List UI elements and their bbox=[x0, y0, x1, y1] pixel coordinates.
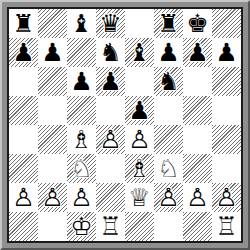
square-b3[interactable] bbox=[38, 154, 67, 183]
square-b2[interactable]: ♟♙ bbox=[38, 183, 67, 212]
square-g7[interactable]: ♟ bbox=[183, 38, 212, 67]
square-d2[interactable] bbox=[96, 183, 125, 212]
square-b4[interactable] bbox=[38, 125, 67, 154]
white-knight[interactable]: ♞♘ bbox=[67, 154, 96, 183]
black-bishop[interactable]: ♝ bbox=[125, 38, 154, 67]
square-g8[interactable]: ♚ bbox=[183, 9, 212, 38]
black-knight[interactable]: ♞ bbox=[96, 38, 125, 67]
white-pawn[interactable]: ♟♙ bbox=[154, 183, 183, 212]
white-pawn[interactable]: ♟♙ bbox=[9, 183, 38, 212]
square-a8[interactable]: ♜ bbox=[9, 9, 38, 38]
square-d4[interactable]: ♟♙ bbox=[96, 125, 125, 154]
square-f7[interactable]: ♟ bbox=[154, 38, 183, 67]
white-knight[interactable]: ♞♘ bbox=[154, 154, 183, 183]
square-c3[interactable]: ♞♘ bbox=[67, 154, 96, 183]
white-pawn-outline: ♙ bbox=[67, 183, 96, 212]
square-g1[interactable] bbox=[183, 212, 212, 241]
square-h1[interactable]: ♜♖ bbox=[212, 212, 241, 241]
white-rook-outline: ♖ bbox=[212, 212, 241, 241]
black-pawn[interactable]: ♟ bbox=[9, 38, 38, 67]
white-bishop[interactable]: ♝♗ bbox=[67, 125, 96, 154]
black-pawn-glyph: ♟ bbox=[183, 38, 212, 67]
square-f4[interactable] bbox=[154, 125, 183, 154]
black-pawn-glyph: ♟ bbox=[212, 38, 241, 67]
black-pawn[interactable]: ♟ bbox=[38, 38, 67, 67]
square-d3[interactable] bbox=[96, 154, 125, 183]
square-d8[interactable]: ♛ bbox=[96, 9, 125, 38]
white-pawn-outline: ♙ bbox=[125, 125, 154, 154]
black-pawn-glyph: ♟ bbox=[154, 38, 183, 67]
square-c4[interactable]: ♝♗ bbox=[67, 125, 96, 154]
black-pawn-glyph: ♟ bbox=[67, 67, 96, 96]
black-king-glyph: ♚ bbox=[183, 9, 212, 38]
white-pawn-outline: ♙ bbox=[212, 183, 241, 212]
black-pawn[interactable]: ♟ bbox=[183, 38, 212, 67]
square-e1[interactable] bbox=[125, 212, 154, 241]
white-pawn[interactable]: ♟♙ bbox=[125, 125, 154, 154]
square-e7[interactable]: ♝ bbox=[125, 38, 154, 67]
board-border: ♜♝♛♜♚♟♟♞♝♟♟♟♟♟♞♟♝♗♟♙♟♙♞♘♝♗♞♘♟♙♟♙♟♙♛♕♟♙♟♙… bbox=[7, 7, 243, 243]
square-e8[interactable] bbox=[125, 9, 154, 38]
white-queen-outline: ♕ bbox=[125, 183, 154, 212]
square-c7[interactable] bbox=[67, 38, 96, 67]
square-c5[interactable] bbox=[67, 96, 96, 125]
white-pawn-outline: ♙ bbox=[38, 183, 67, 212]
square-a1[interactable] bbox=[9, 212, 38, 241]
black-pawn[interactable]: ♟ bbox=[96, 67, 125, 96]
black-rook-glyph: ♜ bbox=[9, 9, 38, 38]
square-d6[interactable]: ♟ bbox=[96, 67, 125, 96]
white-pawn-outline: ♙ bbox=[183, 183, 212, 212]
square-c1[interactable]: ♚♔ bbox=[67, 212, 96, 241]
white-pawn[interactable]: ♟♙ bbox=[38, 183, 67, 212]
square-e3[interactable]: ♝♗ bbox=[125, 154, 154, 183]
square-d7[interactable]: ♞ bbox=[96, 38, 125, 67]
white-pawn-outline: ♙ bbox=[9, 183, 38, 212]
square-a7[interactable]: ♟ bbox=[9, 38, 38, 67]
square-c6[interactable]: ♟ bbox=[67, 67, 96, 96]
square-e6[interactable] bbox=[125, 67, 154, 96]
square-h5[interactable] bbox=[212, 96, 241, 125]
square-a5[interactable] bbox=[9, 96, 38, 125]
square-f2[interactable]: ♟♙ bbox=[154, 183, 183, 212]
square-h6[interactable] bbox=[212, 67, 241, 96]
square-a3[interactable] bbox=[9, 154, 38, 183]
black-pawn[interactable]: ♟ bbox=[67, 67, 96, 96]
square-a2[interactable]: ♟♙ bbox=[9, 183, 38, 212]
black-pawn[interactable]: ♟ bbox=[125, 96, 154, 125]
black-knight[interactable]: ♞ bbox=[154, 67, 183, 96]
white-bishop[interactable]: ♝♗ bbox=[125, 154, 154, 183]
black-pawn-glyph: ♟ bbox=[96, 67, 125, 96]
square-e4[interactable]: ♟♙ bbox=[125, 125, 154, 154]
square-g2[interactable]: ♟♙ bbox=[183, 183, 212, 212]
square-a6[interactable] bbox=[9, 67, 38, 96]
white-rook-outline: ♖ bbox=[96, 212, 125, 241]
square-c2[interactable]: ♟♙ bbox=[67, 183, 96, 212]
square-e2[interactable]: ♛♕ bbox=[125, 183, 154, 212]
white-rook[interactable]: ♜♖ bbox=[212, 212, 241, 241]
white-queen[interactable]: ♛♕ bbox=[125, 183, 154, 212]
square-e5[interactable]: ♟ bbox=[125, 96, 154, 125]
black-pawn-glyph: ♟ bbox=[38, 38, 67, 67]
black-knight-glyph: ♞ bbox=[154, 67, 183, 96]
black-rook[interactable]: ♜ bbox=[154, 9, 183, 38]
square-f5[interactable] bbox=[154, 96, 183, 125]
square-b8[interactable] bbox=[38, 9, 67, 38]
white-knight-outline: ♘ bbox=[67, 154, 96, 183]
square-d1[interactable]: ♜♖ bbox=[96, 212, 125, 241]
square-b5[interactable] bbox=[38, 96, 67, 125]
black-queen[interactable]: ♛ bbox=[96, 9, 125, 38]
black-rook-glyph: ♜ bbox=[154, 9, 183, 38]
black-pawn-glyph: ♟ bbox=[125, 96, 154, 125]
square-g3[interactable] bbox=[183, 154, 212, 183]
chess-board: ♜♝♛♜♚♟♟♞♝♟♟♟♟♟♞♟♝♗♟♙♟♙♞♘♝♗♞♘♟♙♟♙♟♙♛♕♟♙♟♙… bbox=[9, 9, 241, 241]
white-king[interactable]: ♚♔ bbox=[67, 212, 96, 241]
white-bishop-outline: ♗ bbox=[125, 154, 154, 183]
square-h4[interactable] bbox=[212, 125, 241, 154]
square-g5[interactable] bbox=[183, 96, 212, 125]
black-bishop-glyph: ♝ bbox=[125, 38, 154, 67]
white-knight-outline: ♘ bbox=[154, 154, 183, 183]
white-bishop-outline: ♗ bbox=[67, 125, 96, 154]
white-pawn[interactable]: ♟♙ bbox=[212, 183, 241, 212]
board-frame: ♜♝♛♜♚♟♟♞♝♟♟♟♟♟♞♟♝♗♟♙♟♙♞♘♝♗♞♘♟♙♟♙♟♙♛♕♟♙♟♙… bbox=[0, 0, 250, 250]
square-h2[interactable]: ♟♙ bbox=[212, 183, 241, 212]
white-king-outline: ♔ bbox=[67, 212, 96, 241]
square-f1[interactable] bbox=[154, 212, 183, 241]
square-a4[interactable] bbox=[9, 125, 38, 154]
black-queen-glyph: ♛ bbox=[96, 9, 125, 38]
black-pawn[interactable]: ♟ bbox=[154, 38, 183, 67]
square-g4[interactable] bbox=[183, 125, 212, 154]
black-knight-glyph: ♞ bbox=[96, 38, 125, 67]
white-rook[interactable]: ♜♖ bbox=[96, 212, 125, 241]
square-c8[interactable]: ♝ bbox=[67, 9, 96, 38]
white-pawn[interactable]: ♟♙ bbox=[67, 183, 96, 212]
black-rook[interactable]: ♜ bbox=[9, 9, 38, 38]
black-pawn[interactable]: ♟ bbox=[212, 38, 241, 67]
white-pawn[interactable]: ♟♙ bbox=[183, 183, 212, 212]
white-pawn-outline: ♙ bbox=[154, 183, 183, 212]
white-pawn[interactable]: ♟♙ bbox=[96, 125, 125, 154]
square-g6[interactable] bbox=[183, 67, 212, 96]
square-h7[interactable]: ♟ bbox=[212, 38, 241, 67]
square-h8[interactable] bbox=[212, 9, 241, 38]
square-d5[interactable] bbox=[96, 96, 125, 125]
square-b6[interactable] bbox=[38, 67, 67, 96]
square-f3[interactable]: ♞♘ bbox=[154, 154, 183, 183]
white-pawn-outline: ♙ bbox=[96, 125, 125, 154]
black-bishop[interactable]: ♝ bbox=[67, 9, 96, 38]
black-bishop-glyph: ♝ bbox=[67, 9, 96, 38]
black-pawn-glyph: ♟ bbox=[9, 38, 38, 67]
square-b7[interactable]: ♟ bbox=[38, 38, 67, 67]
black-king[interactable]: ♚ bbox=[183, 9, 212, 38]
square-h3[interactable] bbox=[212, 154, 241, 183]
square-b1[interactable] bbox=[38, 212, 67, 241]
square-f6[interactable]: ♞ bbox=[154, 67, 183, 96]
square-f8[interactable]: ♜ bbox=[154, 9, 183, 38]
